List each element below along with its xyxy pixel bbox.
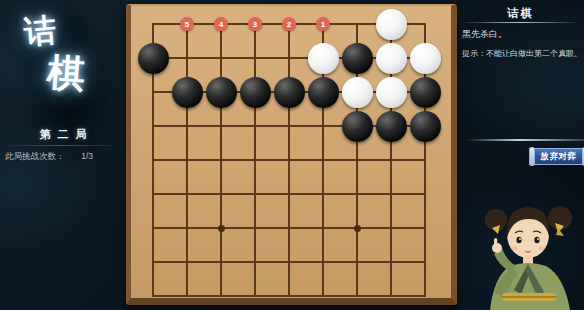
- board-cell[interactable]: [408, 143, 442, 177]
- board-cell[interactable]: [408, 75, 442, 109]
- move-number-marker: 3: [248, 17, 262, 31]
- blush-left: [511, 246, 518, 250]
- finger: [494, 238, 497, 246]
- board-cell[interactable]: [340, 143, 374, 177]
- board-cell[interactable]: [340, 245, 374, 279]
- board-cell[interactable]: [340, 75, 374, 109]
- board-cell[interactable]: [136, 211, 170, 245]
- board-cell[interactable]: [238, 279, 272, 310]
- blush-right: [539, 246, 546, 250]
- move-number-marker: 1: [316, 17, 330, 31]
- board-cell[interactable]: [238, 75, 272, 109]
- eye-left: [516, 237, 521, 243]
- board-cell[interactable]: [408, 109, 442, 143]
- board-cell[interactable]: [408, 177, 442, 211]
- attempts-value: 1/3: [81, 151, 93, 163]
- companion-character: [472, 190, 584, 310]
- star-point: [218, 225, 225, 232]
- board-cell[interactable]: [136, 279, 170, 310]
- board-cell[interactable]: [306, 245, 340, 279]
- board-cell[interactable]: [374, 211, 408, 245]
- board-cell[interactable]: [374, 75, 408, 109]
- board-cell[interactable]: [272, 245, 306, 279]
- board-cell[interactable]: [136, 143, 170, 177]
- board-cell[interactable]: [272, 211, 306, 245]
- board-cell[interactable]: [170, 279, 204, 310]
- board-cell[interactable]: [374, 7, 408, 41]
- board-cell[interactable]: [238, 211, 272, 245]
- black-stone: [274, 77, 305, 108]
- board-cell[interactable]: [170, 177, 204, 211]
- board-cell[interactable]: [374, 109, 408, 143]
- attempts-row: 此局挑战次数： 1/3: [5, 151, 93, 163]
- board-cell[interactable]: [306, 109, 340, 143]
- board-cell[interactable]: [204, 41, 238, 75]
- board-cell[interactable]: [238, 143, 272, 177]
- puzzle-hint: 提示：不能让白做出第二个真眼。: [462, 48, 582, 59]
- board-cell[interactable]: [374, 177, 408, 211]
- resign-button[interactable]: 放弃对弈: [531, 148, 584, 165]
- board-cell[interactable]: [170, 211, 204, 245]
- board-cell[interactable]: [408, 7, 442, 41]
- right-panel-divider-top: [460, 22, 580, 23]
- eye-glint: [519, 238, 521, 240]
- board-cell[interactable]: [204, 109, 238, 143]
- star-point: [354, 225, 361, 232]
- board-cell[interactable]: [136, 177, 170, 211]
- board-cell[interactable]: [408, 279, 442, 310]
- board-cell[interactable]: 3: [238, 7, 272, 41]
- move-number-marker: 5: [180, 17, 194, 31]
- white-stone: [342, 77, 373, 108]
- board-cell[interactable]: [374, 143, 408, 177]
- puzzle-objective: 黑先杀白。: [462, 28, 507, 41]
- neck: [523, 255, 533, 264]
- board-cell[interactable]: [238, 41, 272, 75]
- black-stone: [138, 43, 169, 74]
- board-cell[interactable]: [170, 75, 204, 109]
- belt-line: [502, 296, 556, 298]
- eye-right: [534, 237, 539, 243]
- board-cell[interactable]: [272, 41, 306, 75]
- board-cell[interactable]: [272, 143, 306, 177]
- board-cell[interactable]: [306, 279, 340, 310]
- move-number-marker: 2: [282, 17, 296, 31]
- black-stone: [206, 77, 237, 108]
- move-number-marker: 4: [214, 17, 228, 31]
- board-cell[interactable]: [170, 41, 204, 75]
- board-cell[interactable]: [306, 75, 340, 109]
- board-cell[interactable]: [340, 109, 374, 143]
- go-board: 54321: [126, 4, 457, 305]
- black-stone: [410, 111, 441, 142]
- attempts-label: 此局挑战次数：: [5, 151, 65, 163]
- board-cell[interactable]: [238, 109, 272, 143]
- board-cell[interactable]: [136, 109, 170, 143]
- board-cell[interactable]: [272, 279, 306, 310]
- board-cell[interactable]: [374, 41, 408, 75]
- board-cell[interactable]: [204, 177, 238, 211]
- board-cell[interactable]: [408, 41, 442, 75]
- left-panel: 诘 棋 第二局 此局挑战次数： 1/3: [0, 0, 126, 310]
- board-cell[interactable]: [204, 75, 238, 109]
- board-cell[interactable]: [408, 245, 442, 279]
- puzzle-title: 诘棋: [457, 6, 584, 21]
- board-cell[interactable]: [408, 211, 442, 245]
- eye-glint: [537, 238, 539, 240]
- board-cell[interactable]: [306, 211, 340, 245]
- go-board-inner: 54321: [136, 7, 442, 310]
- board-cell[interactable]: [306, 177, 340, 211]
- board-cell[interactable]: [136, 245, 170, 279]
- left-panel-divider: [3, 145, 121, 146]
- logo-calligraphy-char-2: 棋: [45, 47, 86, 101]
- board-cell[interactable]: [306, 41, 340, 75]
- black-stone: [172, 77, 203, 108]
- board-cell[interactable]: [204, 245, 238, 279]
- black-stone: [342, 111, 373, 142]
- black-stone: [376, 111, 407, 142]
- board-cell[interactable]: [238, 245, 272, 279]
- board-cell[interactable]: [170, 143, 204, 177]
- black-stone: [410, 77, 441, 108]
- white-stone: [376, 43, 407, 74]
- board-cell[interactable]: [340, 177, 374, 211]
- go-board-grid: 54321: [136, 7, 442, 310]
- board-cell[interactable]: [204, 279, 238, 310]
- black-stone: [240, 77, 271, 108]
- board-cell[interactable]: 2: [272, 7, 306, 41]
- board-cell[interactable]: 5: [170, 7, 204, 41]
- board-cell[interactable]: [238, 177, 272, 211]
- board-cell[interactable]: [306, 143, 340, 177]
- board-cell[interactable]: [136, 41, 170, 75]
- white-stone: [308, 43, 339, 74]
- game-screen: 诘 棋 第二局 此局挑战次数： 1/3 54321 诘棋 黑先杀白。 提示：不能…: [0, 0, 584, 310]
- board-cell[interactable]: [272, 109, 306, 143]
- black-stone: [308, 77, 339, 108]
- black-stone: [342, 43, 373, 74]
- board-cell[interactable]: [170, 109, 204, 143]
- board-cell[interactable]: [272, 75, 306, 109]
- board-cell[interactable]: [374, 279, 408, 310]
- board-cell[interactable]: [136, 75, 170, 109]
- round-label: 第二局: [0, 127, 126, 142]
- board-cell[interactable]: [272, 177, 306, 211]
- board-cell[interactable]: [204, 143, 238, 177]
- right-panel-divider-bottom: [467, 139, 584, 141]
- white-stone: [376, 9, 407, 40]
- board-cell[interactable]: 1: [306, 7, 340, 41]
- board-cell[interactable]: [374, 245, 408, 279]
- board-cell[interactable]: [170, 245, 204, 279]
- white-stone: [410, 43, 441, 74]
- white-stone: [376, 77, 407, 108]
- board-cell[interactable]: [340, 7, 374, 41]
- board-cell[interactable]: [340, 279, 374, 310]
- board-cell[interactable]: [136, 7, 170, 41]
- board-cell[interactable]: 4: [204, 7, 238, 41]
- board-cell[interactable]: [340, 41, 374, 75]
